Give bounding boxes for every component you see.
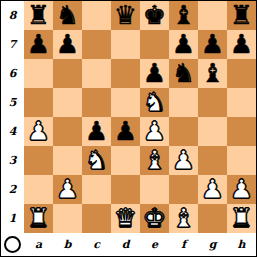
square-g4[interactable] bbox=[198, 117, 227, 146]
black-bishop-f8: ♝ bbox=[172, 1, 195, 30]
white-bishop-f1: ♝ bbox=[172, 204, 195, 233]
file-label-f: f bbox=[169, 233, 198, 256]
white-rook-a1: ♜ bbox=[27, 204, 50, 233]
square-d1[interactable]: ♛ bbox=[111, 204, 140, 233]
square-c5[interactable] bbox=[82, 88, 111, 117]
square-c8[interactable] bbox=[82, 1, 111, 30]
white-pawn-f3: ♟ bbox=[172, 146, 195, 175]
rank-label-7: 7 bbox=[1, 30, 24, 59]
square-f6[interactable]: ♞ bbox=[169, 59, 198, 88]
black-pawn-h7: ♟ bbox=[230, 30, 253, 59]
rank-label-1: 1 bbox=[1, 204, 24, 233]
white-pawn-b2: ♟ bbox=[56, 175, 79, 204]
black-queen-d8: ♛ bbox=[114, 1, 137, 30]
square-c6[interactable] bbox=[82, 59, 111, 88]
square-a6[interactable] bbox=[24, 59, 53, 88]
square-b7[interactable]: ♟ bbox=[53, 30, 82, 59]
white-pawn-e4: ♟ bbox=[143, 117, 166, 146]
square-d4[interactable]: ♟ bbox=[111, 117, 140, 146]
square-c7[interactable] bbox=[82, 30, 111, 59]
square-e1[interactable]: ♚ bbox=[140, 204, 169, 233]
square-f3[interactable]: ♟ bbox=[169, 146, 198, 175]
square-c4[interactable]: ♟ bbox=[82, 117, 111, 146]
square-a2[interactable] bbox=[24, 175, 53, 204]
black-knight-b8: ♞ bbox=[56, 1, 79, 30]
square-g2[interactable]: ♟ bbox=[198, 175, 227, 204]
square-g8[interactable] bbox=[198, 1, 227, 30]
square-d6[interactable] bbox=[111, 59, 140, 88]
rank-label-4: 4 bbox=[1, 117, 24, 146]
black-pawn-b7: ♟ bbox=[56, 30, 79, 59]
square-b8[interactable]: ♞ bbox=[53, 1, 82, 30]
white-queen-d1: ♛ bbox=[114, 204, 137, 233]
square-d3[interactable] bbox=[111, 146, 140, 175]
square-e3[interactable]: ♝ bbox=[140, 146, 169, 175]
square-h6[interactable] bbox=[227, 59, 256, 88]
square-f8[interactable]: ♝ bbox=[169, 1, 198, 30]
square-a4[interactable]: ♟ bbox=[24, 117, 53, 146]
square-f1[interactable]: ♝ bbox=[169, 204, 198, 233]
black-pawn-d4: ♟ bbox=[114, 117, 137, 146]
square-h5[interactable] bbox=[227, 88, 256, 117]
black-pawn-g7: ♟ bbox=[201, 30, 224, 59]
square-d7[interactable] bbox=[111, 30, 140, 59]
file-label-g: g bbox=[198, 233, 227, 256]
white-king-e1: ♚ bbox=[143, 204, 166, 233]
square-b4[interactable] bbox=[53, 117, 82, 146]
square-d8[interactable]: ♛ bbox=[111, 1, 140, 30]
white-bishop-e3: ♝ bbox=[143, 146, 166, 175]
square-a3[interactable] bbox=[24, 146, 53, 175]
square-g7[interactable]: ♟ bbox=[198, 30, 227, 59]
square-g3[interactable] bbox=[198, 146, 227, 175]
square-h3[interactable] bbox=[227, 146, 256, 175]
rank-label-3: 3 bbox=[1, 146, 24, 175]
square-f4[interactable] bbox=[169, 117, 198, 146]
square-h4[interactable] bbox=[227, 117, 256, 146]
file-label-d: d bbox=[111, 233, 140, 256]
black-pawn-e6: ♟ bbox=[143, 59, 166, 88]
chess-board: 8♜♞♛♚♝♜7♟♟♟♟♟6♟♞♝5♞4♟♟♟♟3♞♝♟2♟♟♟1♜♛♚♝♜ab… bbox=[1, 1, 256, 256]
white-pawn-g2: ♟ bbox=[201, 175, 224, 204]
square-h1[interactable]: ♜ bbox=[227, 204, 256, 233]
white-knight-c3: ♞ bbox=[85, 146, 108, 175]
square-a7[interactable]: ♟ bbox=[24, 30, 53, 59]
square-e2[interactable] bbox=[140, 175, 169, 204]
square-g5[interactable] bbox=[198, 88, 227, 117]
white-to-move-indicator bbox=[4, 236, 21, 253]
square-a8[interactable]: ♜ bbox=[24, 1, 53, 30]
white-pawn-h2: ♟ bbox=[230, 175, 253, 204]
square-a5[interactable] bbox=[24, 88, 53, 117]
square-b6[interactable] bbox=[53, 59, 82, 88]
square-f7[interactable]: ♟ bbox=[169, 30, 198, 59]
file-label-b: b bbox=[53, 233, 82, 256]
black-pawn-f7: ♟ bbox=[172, 30, 195, 59]
black-knight-f6: ♞ bbox=[172, 59, 195, 88]
square-c3[interactable]: ♞ bbox=[82, 146, 111, 175]
square-e6[interactable]: ♟ bbox=[140, 59, 169, 88]
chess-diagram: 8♜♞♛♚♝♜7♟♟♟♟♟6♟♞♝5♞4♟♟♟♟3♞♝♟2♟♟♟1♜♛♚♝♜ab… bbox=[0, 0, 257, 257]
black-pawn-a7: ♟ bbox=[27, 30, 50, 59]
square-b5[interactable] bbox=[53, 88, 82, 117]
square-d2[interactable] bbox=[111, 175, 140, 204]
turn-indicator-corner bbox=[1, 233, 24, 256]
black-rook-h8: ♜ bbox=[230, 1, 253, 30]
square-g6[interactable]: ♝ bbox=[198, 59, 227, 88]
square-h7[interactable]: ♟ bbox=[227, 30, 256, 59]
square-f2[interactable] bbox=[169, 175, 198, 204]
square-h8[interactable]: ♜ bbox=[227, 1, 256, 30]
file-label-a: a bbox=[24, 233, 53, 256]
square-e7[interactable] bbox=[140, 30, 169, 59]
square-b2[interactable]: ♟ bbox=[53, 175, 82, 204]
square-h2[interactable]: ♟ bbox=[227, 175, 256, 204]
square-e4[interactable]: ♟ bbox=[140, 117, 169, 146]
square-e5[interactable]: ♞ bbox=[140, 88, 169, 117]
white-pawn-a4: ♟ bbox=[27, 117, 50, 146]
rank-label-2: 2 bbox=[1, 175, 24, 204]
square-b3[interactable] bbox=[53, 146, 82, 175]
square-d5[interactable] bbox=[111, 88, 140, 117]
black-bishop-g6: ♝ bbox=[201, 59, 224, 88]
file-label-e: e bbox=[140, 233, 169, 256]
square-f5[interactable] bbox=[169, 88, 198, 117]
white-rook-h1: ♜ bbox=[230, 204, 253, 233]
square-c2[interactable] bbox=[82, 175, 111, 204]
black-pawn-c4: ♟ bbox=[85, 117, 108, 146]
rank-label-8: 8 bbox=[1, 1, 24, 30]
white-knight-e5: ♞ bbox=[143, 88, 166, 117]
square-c1[interactable] bbox=[82, 204, 111, 233]
square-b1[interactable] bbox=[53, 204, 82, 233]
square-a1[interactable]: ♜ bbox=[24, 204, 53, 233]
file-label-c: c bbox=[82, 233, 111, 256]
rank-label-5: 5 bbox=[1, 88, 24, 117]
black-rook-a8: ♜ bbox=[27, 1, 50, 30]
rank-label-6: 6 bbox=[1, 59, 24, 88]
square-e8[interactable]: ♚ bbox=[140, 1, 169, 30]
file-label-h: h bbox=[227, 233, 256, 256]
black-king-e8: ♚ bbox=[143, 1, 166, 30]
square-g1[interactable] bbox=[198, 204, 227, 233]
